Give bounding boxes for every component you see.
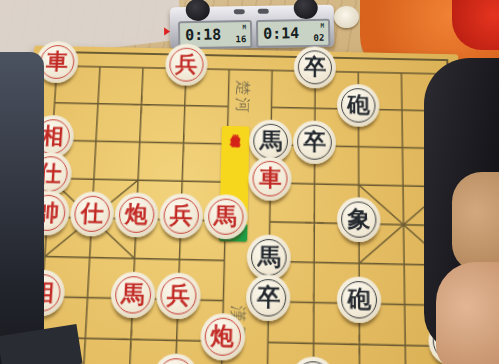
piece-black-elephant[interactable]: 象 — [337, 197, 381, 243]
piece-character: 兵 — [166, 283, 190, 308]
right-player-lcd: 0:14 02 M — [256, 19, 330, 48]
river-label-top: 楚河 — [232, 80, 252, 115]
left-shadow-area — [0, 52, 44, 364]
piece-character: 象 — [348, 208, 371, 232]
piece-character: 相 — [41, 125, 65, 148]
piece-character: 砲 — [347, 94, 369, 117]
piece-character: 仕 — [80, 202, 104, 226]
left-time: 0:18 — [185, 26, 221, 45]
game-clock: 0:18 16 M 0:14 02 M — [170, 0, 335, 49]
piece-character: 炮 — [210, 324, 234, 349]
player-knee — [452, 172, 499, 272]
right-time: 0:14 — [263, 24, 299, 43]
left-seconds: 16 — [235, 34, 246, 44]
piece-red-soldier[interactable]: 兵 — [155, 272, 201, 319]
offboard-piece[interactable] — [334, 6, 359, 28]
right-mode-flag: M — [320, 22, 324, 29]
piece-character: 兵 — [175, 53, 198, 75]
piece-character: 車 — [259, 167, 282, 190]
piece-character: 卒 — [304, 130, 327, 153]
xiangqi-board: 楚河 漢界 老板電器杯 象棋賽 車兵卒砲相馬卒仕車士帥仕炮兵馬象將馬士相馬兵卒砲… — [10, 46, 468, 364]
piece-character: 車 — [45, 51, 68, 73]
piece-character: 馬 — [121, 282, 145, 307]
piece-character: 馬 — [214, 205, 237, 229]
piece-character: 馬 — [260, 129, 283, 152]
right-seconds: 02 — [313, 33, 324, 43]
piece-character: 兵 — [169, 204, 193, 228]
clock-setting-button[interactable] — [234, 9, 245, 14]
player-hand — [436, 262, 499, 364]
turn-indicator-arrow — [164, 27, 170, 35]
piece-character: 卒 — [304, 56, 326, 78]
piece-character: 卒 — [257, 285, 281, 310]
piece-black-cannon[interactable]: 砲 — [337, 83, 380, 126]
piece-character: 馬 — [258, 245, 281, 269]
piece-character: 砲 — [348, 287, 371, 312]
piece-character: 炮 — [124, 203, 148, 227]
piece-red-horse[interactable]: 馬 — [203, 194, 248, 240]
left-mode-flag: M — [242, 23, 246, 30]
clock-start-button[interactable] — [258, 9, 269, 14]
